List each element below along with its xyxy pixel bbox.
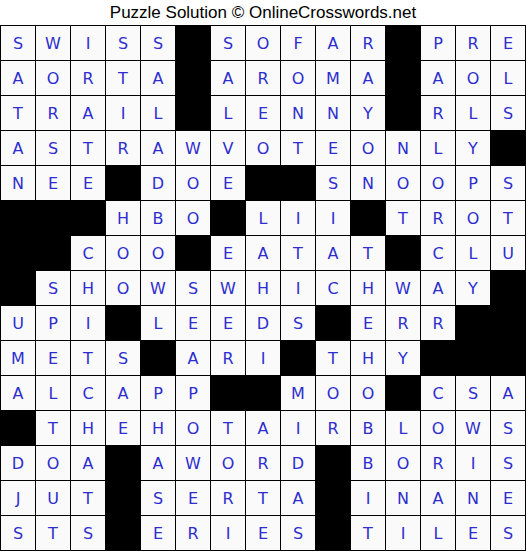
- black-cell: [1, 411, 35, 445]
- grid-cell: E: [211, 306, 245, 340]
- grid-cell: S: [491, 446, 525, 480]
- black-cell: [1, 236, 35, 270]
- grid-cell: R: [386, 306, 420, 340]
- grid-cell: S: [491, 96, 525, 130]
- black-cell: [176, 96, 210, 130]
- black-cell: [246, 166, 280, 200]
- grid-cell: P: [176, 376, 210, 410]
- black-cell: [36, 201, 70, 235]
- black-cell: [386, 61, 420, 95]
- black-cell: [281, 341, 315, 375]
- grid-cell: T: [71, 481, 105, 515]
- grid-cell: E: [246, 516, 280, 550]
- grid-cell: O: [421, 166, 455, 200]
- grid-cell: S: [36, 271, 70, 305]
- grid-cell: A: [141, 446, 175, 480]
- grid-cell: O: [106, 271, 140, 305]
- grid-cell: T: [386, 201, 420, 235]
- grid-cell: R: [36, 96, 70, 130]
- grid-cell: W: [141, 271, 175, 305]
- grid-cell: R: [456, 26, 490, 60]
- grid-cell: S: [1, 26, 35, 60]
- grid-cell: L: [141, 96, 175, 130]
- grid-cell: A: [71, 446, 105, 480]
- grid-cell: S: [141, 26, 175, 60]
- grid-cell: H: [141, 411, 175, 445]
- grid-cell: A: [421, 481, 455, 515]
- grid-cell: I: [456, 446, 490, 480]
- black-cell: [386, 96, 420, 130]
- grid-cell: O: [141, 236, 175, 270]
- grid-cell: N: [1, 166, 35, 200]
- grid-cell: S: [281, 306, 315, 340]
- grid-cell: M: [281, 376, 315, 410]
- grid-cell: W: [36, 26, 70, 60]
- grid-cell: P: [141, 376, 175, 410]
- grid-cell: A: [316, 236, 350, 270]
- grid-cell: L: [36, 376, 70, 410]
- grid-cell: E: [141, 516, 175, 550]
- black-cell: [386, 26, 420, 60]
- grid-cell: O: [246, 131, 280, 165]
- grid-cell: S: [491, 516, 525, 550]
- grid-cell: S: [211, 26, 245, 60]
- grid-cell: E: [36, 341, 70, 375]
- grid-cell: O: [176, 411, 210, 445]
- black-cell: [316, 446, 350, 480]
- grid-cell: O: [281, 61, 315, 95]
- grid-cell: R: [106, 131, 140, 165]
- black-cell: [71, 201, 105, 235]
- grid-cell: A: [71, 96, 105, 130]
- grid-cell: R: [421, 306, 455, 340]
- grid-cell: A: [246, 411, 280, 445]
- black-cell: [316, 516, 350, 550]
- grid-cell: I: [351, 481, 385, 515]
- grid-cell: A: [421, 61, 455, 95]
- grid-cell: A: [1, 61, 35, 95]
- black-cell: [211, 376, 245, 410]
- grid-cell: R: [421, 446, 455, 480]
- grid-cell: E: [491, 481, 525, 515]
- grid-cell: S: [71, 516, 105, 550]
- black-cell: [456, 306, 490, 340]
- grid-cell: E: [456, 516, 490, 550]
- grid-cell: I: [281, 271, 315, 305]
- grid-cell: N: [351, 166, 385, 200]
- grid-cell: S: [456, 376, 490, 410]
- grid-cell: T: [71, 341, 105, 375]
- black-cell: [106, 166, 140, 200]
- grid-cell: T: [1, 96, 35, 130]
- grid-cell: H: [71, 271, 105, 305]
- grid-cell: S: [176, 271, 210, 305]
- grid-cell: N: [386, 481, 420, 515]
- grid-cell: W: [211, 271, 245, 305]
- black-cell: [386, 236, 420, 270]
- grid-cell: T: [491, 201, 525, 235]
- grid-cell: A: [211, 61, 245, 95]
- grid-cell: E: [176, 306, 210, 340]
- black-cell: [211, 201, 245, 235]
- puzzle-solution-page: Puzzle Solution © OnlineCrosswords.net S…: [0, 0, 526, 551]
- grid-cell: N: [281, 96, 315, 130]
- grid-cell: L: [141, 306, 175, 340]
- grid-cell: U: [1, 306, 35, 340]
- grid-cell: A: [421, 271, 455, 305]
- grid-cell: D: [281, 446, 315, 480]
- grid-cell: L: [421, 516, 455, 550]
- grid-cell: W: [176, 446, 210, 480]
- grid-cell: A: [316, 26, 350, 60]
- grid-cell: R: [316, 411, 350, 445]
- black-cell: [421, 341, 455, 375]
- grid-cell: I: [281, 201, 315, 235]
- grid-cell: E: [491, 26, 525, 60]
- grid-cell: S: [36, 131, 70, 165]
- grid-cell: I: [246, 341, 280, 375]
- grid-cell: A: [281, 481, 315, 515]
- grid-cell: P: [456, 166, 490, 200]
- grid-cell: L: [246, 201, 280, 235]
- grid-cell: S: [1, 516, 35, 550]
- grid-cell: E: [351, 306, 385, 340]
- black-cell: [456, 341, 490, 375]
- grid-cell: O: [176, 201, 210, 235]
- grid-cell: N: [456, 481, 490, 515]
- black-cell: [176, 26, 210, 60]
- grid-cell: O: [36, 61, 70, 95]
- grid-cell: A: [246, 236, 280, 270]
- grid-cell: S: [491, 411, 525, 445]
- grid-cell: C: [71, 376, 105, 410]
- grid-cell: R: [421, 201, 455, 235]
- page-title: Puzzle Solution © OnlineCrosswords.net: [0, 0, 526, 25]
- grid-cell: B: [351, 411, 385, 445]
- grid-cell: T: [71, 131, 105, 165]
- grid-cell: O: [351, 131, 385, 165]
- grid-cell: O: [456, 201, 490, 235]
- grid-cell: T: [281, 131, 315, 165]
- black-cell: [491, 306, 525, 340]
- grid-cell: C: [316, 271, 350, 305]
- grid-cell: P: [36, 306, 70, 340]
- grid-cell: C: [71, 236, 105, 270]
- grid-cell: W: [176, 131, 210, 165]
- grid-cell: T: [36, 411, 70, 445]
- grid-cell: D: [1, 446, 35, 480]
- grid-cell: A: [351, 61, 385, 95]
- black-cell: [106, 481, 140, 515]
- black-cell: [176, 61, 210, 95]
- grid-cell: O: [386, 446, 420, 480]
- grid-cell: B: [141, 201, 175, 235]
- black-cell: [106, 306, 140, 340]
- grid-cell: A: [141, 61, 175, 95]
- black-cell: [1, 271, 35, 305]
- black-cell: [316, 481, 350, 515]
- grid-cell: C: [421, 376, 455, 410]
- grid-cell: N: [386, 131, 420, 165]
- grid-cell: I: [71, 306, 105, 340]
- grid-cell: B: [351, 446, 385, 480]
- grid-cell: S: [141, 481, 175, 515]
- grid-cell: A: [1, 131, 35, 165]
- grid-cell: S: [491, 166, 525, 200]
- black-cell: [316, 306, 350, 340]
- grid-cell: R: [211, 341, 245, 375]
- crossword-grid: SWISSSOFARPREAORTAAROMAAOLTRAILLENNYRLSA…: [0, 25, 526, 551]
- grid-cell: M: [1, 341, 35, 375]
- black-cell: [491, 131, 525, 165]
- grid-cell: A: [176, 341, 210, 375]
- grid-cell: L: [211, 96, 245, 130]
- black-cell: [36, 236, 70, 270]
- grid-cell: I: [316, 201, 350, 235]
- grid-cell: H: [351, 341, 385, 375]
- grid-cell: Y: [456, 271, 490, 305]
- grid-cell: R: [246, 446, 280, 480]
- grid-cell: H: [71, 411, 105, 445]
- grid-cell: E: [71, 166, 105, 200]
- grid-cell: A: [106, 376, 140, 410]
- grid-cell: I: [386, 516, 420, 550]
- grid-cell: E: [176, 481, 210, 515]
- grid-cell: E: [246, 96, 280, 130]
- grid-cell: T: [316, 341, 350, 375]
- grid-cell: T: [246, 481, 280, 515]
- grid-cell: A: [491, 376, 525, 410]
- grid-cell: R: [246, 61, 280, 95]
- grid-cell: E: [316, 131, 350, 165]
- grid-cell: T: [281, 236, 315, 270]
- grid-cell: F: [281, 26, 315, 60]
- grid-cell: E: [106, 411, 140, 445]
- grid-cell: O: [246, 26, 280, 60]
- grid-cell: T: [106, 61, 140, 95]
- grid-cell: E: [36, 166, 70, 200]
- grid-cell: I: [281, 411, 315, 445]
- grid-cell: O: [421, 411, 455, 445]
- grid-cell: L: [491, 61, 525, 95]
- grid-cell: L: [421, 131, 455, 165]
- grid-cell: P: [421, 26, 455, 60]
- black-cell: [386, 376, 420, 410]
- black-cell: [106, 446, 140, 480]
- grid-cell: H: [106, 201, 140, 235]
- grid-cell: I: [106, 96, 140, 130]
- grid-cell: R: [421, 96, 455, 130]
- grid-cell: S: [106, 26, 140, 60]
- grid-cell: R: [211, 481, 245, 515]
- grid-cell: A: [1, 376, 35, 410]
- grid-cell: R: [71, 61, 105, 95]
- grid-cell: W: [456, 411, 490, 445]
- black-cell: [246, 376, 280, 410]
- grid-cell: J: [1, 481, 35, 515]
- grid-cell: O: [176, 166, 210, 200]
- grid-cell: N: [316, 96, 350, 130]
- grid-cell: O: [351, 376, 385, 410]
- grid-cell: E: [211, 236, 245, 270]
- grid-cell: O: [316, 376, 350, 410]
- grid-cell: D: [246, 306, 280, 340]
- grid-cell: T: [36, 516, 70, 550]
- grid-cell: W: [386, 271, 420, 305]
- black-cell: [1, 201, 35, 235]
- grid-cell: O: [106, 236, 140, 270]
- grid-cell: T: [351, 236, 385, 270]
- grid-cell: H: [351, 271, 385, 305]
- grid-cell: Y: [386, 341, 420, 375]
- grid-cell: Y: [351, 96, 385, 130]
- grid-cell: I: [211, 516, 245, 550]
- grid-cell: S: [281, 516, 315, 550]
- grid-cell: H: [246, 271, 280, 305]
- black-cell: [351, 201, 385, 235]
- grid-cell: E: [211, 166, 245, 200]
- grid-cell: L: [456, 96, 490, 130]
- grid-cell: U: [36, 481, 70, 515]
- black-cell: [106, 516, 140, 550]
- grid-cell: L: [456, 236, 490, 270]
- grid-cell: R: [176, 516, 210, 550]
- grid-cell: U: [491, 236, 525, 270]
- grid-cell: A: [141, 131, 175, 165]
- black-cell: [176, 236, 210, 270]
- grid-cell: T: [211, 411, 245, 445]
- grid-cell: O: [211, 446, 245, 480]
- grid-cell: I: [71, 26, 105, 60]
- grid-cell: O: [386, 166, 420, 200]
- grid-cell: R: [351, 26, 385, 60]
- grid-cell: M: [316, 61, 350, 95]
- grid-cell: C: [421, 236, 455, 270]
- black-cell: [281, 166, 315, 200]
- grid-cell: T: [351, 516, 385, 550]
- grid-cell: O: [36, 446, 70, 480]
- black-cell: [141, 341, 175, 375]
- black-cell: [491, 341, 525, 375]
- grid-cell: S: [316, 166, 350, 200]
- grid-cell: O: [456, 61, 490, 95]
- black-cell: [491, 271, 525, 305]
- grid-cell: V: [211, 131, 245, 165]
- grid-cell: S: [106, 341, 140, 375]
- grid-cell: L: [386, 411, 420, 445]
- grid-cell: D: [141, 166, 175, 200]
- grid-cell: Y: [456, 131, 490, 165]
